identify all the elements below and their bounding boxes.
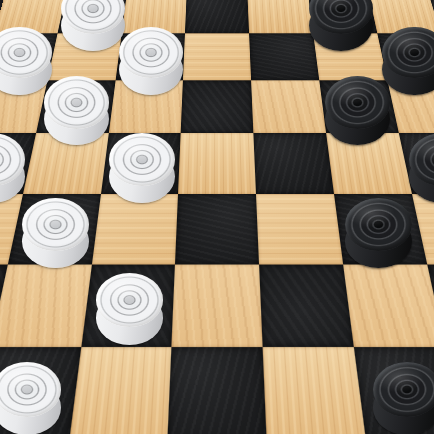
checker-piece-black[interactable] — [409, 133, 434, 203]
board-square[interactable] — [172, 264, 263, 346]
board-square[interactable] — [262, 346, 365, 434]
board-square[interactable] — [343, 264, 434, 346]
piece-top-rings — [345, 198, 411, 251]
piece-top-rings — [22, 198, 88, 251]
board-square[interactable] — [167, 346, 266, 434]
checker-piece-white[interactable] — [0, 362, 61, 434]
checker-piece-white[interactable] — [109, 133, 175, 203]
game-viewport — [0, 0, 434, 434]
board-square[interactable] — [181, 80, 254, 133]
checker-piece-black[interactable] — [325, 76, 390, 145]
board-square[interactable] — [259, 264, 353, 346]
checker-piece-white[interactable] — [96, 273, 163, 344]
board-square[interactable] — [251, 80, 326, 133]
checker-piece-white[interactable] — [22, 198, 88, 268]
checker-piece-black[interactable] — [373, 362, 434, 434]
board-square[interactable] — [183, 33, 251, 80]
board-square[interactable] — [175, 194, 259, 264]
piece-top-rings — [44, 76, 109, 128]
piece-top-rings — [109, 133, 175, 186]
checker-piece-black[interactable] — [309, 0, 373, 51]
piece-top-rings — [325, 76, 390, 128]
board-square[interactable] — [185, 0, 249, 33]
board-square[interactable] — [178, 133, 256, 194]
checker-piece-white[interactable] — [119, 27, 183, 95]
checker-piece-black[interactable] — [345, 198, 411, 268]
piece-top-rings — [373, 362, 434, 417]
checker-piece-white[interactable] — [44, 76, 109, 145]
checker-piece-black[interactable] — [382, 27, 434, 95]
checker-piece-white[interactable] — [0, 133, 25, 203]
checker-piece-white[interactable] — [61, 0, 125, 51]
board-square[interactable] — [68, 346, 171, 434]
board-square[interactable] — [256, 194, 343, 264]
